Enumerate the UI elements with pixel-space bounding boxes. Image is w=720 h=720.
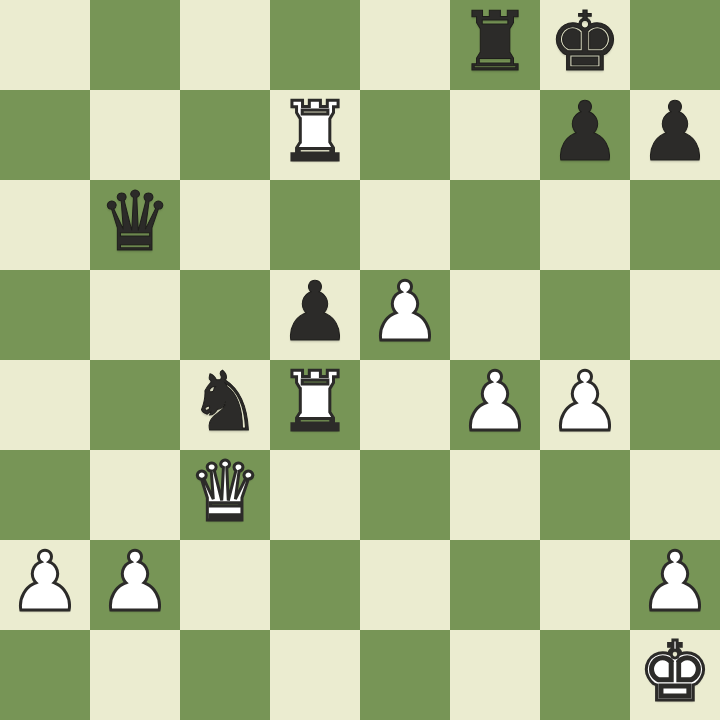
piece-white-rook[interactable]: ♜: [270, 90, 360, 180]
square-g1[interactable]: [540, 630, 630, 720]
square-b7[interactable]: [90, 90, 180, 180]
square-f1[interactable]: [450, 630, 540, 720]
square-h5[interactable]: [630, 270, 720, 360]
square-c2[interactable]: [180, 540, 270, 630]
square-g8[interactable]: ♚: [540, 0, 630, 90]
square-a1[interactable]: [0, 630, 90, 720]
square-h6[interactable]: [630, 180, 720, 270]
square-c3[interactable]: ♛: [180, 450, 270, 540]
piece-black-pawn[interactable]: ♟: [540, 90, 630, 180]
square-f7[interactable]: [450, 90, 540, 180]
square-f3[interactable]: [450, 450, 540, 540]
square-a2[interactable]: ♟: [0, 540, 90, 630]
square-e2[interactable]: [360, 540, 450, 630]
square-h2[interactable]: ♟: [630, 540, 720, 630]
square-g6[interactable]: [540, 180, 630, 270]
square-f2[interactable]: [450, 540, 540, 630]
square-d2[interactable]: [270, 540, 360, 630]
square-f6[interactable]: [450, 180, 540, 270]
square-g7[interactable]: ♟: [540, 90, 630, 180]
square-e7[interactable]: [360, 90, 450, 180]
square-e3[interactable]: [360, 450, 450, 540]
square-d5[interactable]: ♟: [270, 270, 360, 360]
square-d8[interactable]: [270, 0, 360, 90]
piece-white-pawn[interactable]: ♟: [0, 540, 90, 630]
square-d7[interactable]: ♜: [270, 90, 360, 180]
square-a5[interactable]: [0, 270, 90, 360]
square-a4[interactable]: [0, 360, 90, 450]
piece-white-pawn[interactable]: ♟: [450, 360, 540, 450]
square-e5[interactable]: ♟: [360, 270, 450, 360]
square-c8[interactable]: [180, 0, 270, 90]
square-g3[interactable]: [540, 450, 630, 540]
square-g2[interactable]: [540, 540, 630, 630]
square-e8[interactable]: [360, 0, 450, 90]
square-b4[interactable]: [90, 360, 180, 450]
square-b1[interactable]: [90, 630, 180, 720]
square-b5[interactable]: [90, 270, 180, 360]
square-f8[interactable]: ♜: [450, 0, 540, 90]
piece-black-rook[interactable]: ♜: [450, 0, 540, 90]
square-c5[interactable]: [180, 270, 270, 360]
square-c6[interactable]: [180, 180, 270, 270]
square-e1[interactable]: [360, 630, 450, 720]
square-a8[interactable]: [0, 0, 90, 90]
square-d4[interactable]: ♜: [270, 360, 360, 450]
chess-board: ♜♚♜♟♟♛♟♟♞♜♟♟♛♟♟♟♚: [0, 0, 720, 720]
square-d1[interactable]: [270, 630, 360, 720]
piece-white-pawn[interactable]: ♟: [540, 360, 630, 450]
piece-black-king[interactable]: ♚: [540, 0, 630, 90]
square-h8[interactable]: [630, 0, 720, 90]
piece-white-king[interactable]: ♚: [630, 630, 720, 720]
square-h1[interactable]: ♚: [630, 630, 720, 720]
piece-white-rook[interactable]: ♜: [270, 360, 360, 450]
piece-white-pawn[interactable]: ♟: [90, 540, 180, 630]
square-g5[interactable]: [540, 270, 630, 360]
square-h4[interactable]: [630, 360, 720, 450]
piece-white-queen[interactable]: ♛: [180, 450, 270, 540]
square-c7[interactable]: [180, 90, 270, 180]
square-d6[interactable]: [270, 180, 360, 270]
square-f4[interactable]: ♟: [450, 360, 540, 450]
square-c1[interactable]: [180, 630, 270, 720]
square-a3[interactable]: [0, 450, 90, 540]
square-b8[interactable]: [90, 0, 180, 90]
square-a7[interactable]: [0, 90, 90, 180]
square-b6[interactable]: ♛: [90, 180, 180, 270]
square-a6[interactable]: [0, 180, 90, 270]
piece-white-pawn[interactable]: ♟: [360, 270, 450, 360]
piece-black-pawn[interactable]: ♟: [270, 270, 360, 360]
square-c4[interactable]: ♞: [180, 360, 270, 450]
piece-black-knight[interactable]: ♞: [180, 360, 270, 450]
square-e6[interactable]: [360, 180, 450, 270]
square-d3[interactable]: [270, 450, 360, 540]
piece-white-pawn[interactable]: ♟: [630, 540, 720, 630]
square-e4[interactable]: [360, 360, 450, 450]
square-h3[interactable]: [630, 450, 720, 540]
square-b2[interactable]: ♟: [90, 540, 180, 630]
square-b3[interactable]: [90, 450, 180, 540]
piece-black-pawn[interactable]: ♟: [630, 90, 720, 180]
square-f5[interactable]: [450, 270, 540, 360]
square-g4[interactable]: ♟: [540, 360, 630, 450]
square-h7[interactable]: ♟: [630, 90, 720, 180]
piece-black-queen[interactable]: ♛: [90, 180, 180, 270]
